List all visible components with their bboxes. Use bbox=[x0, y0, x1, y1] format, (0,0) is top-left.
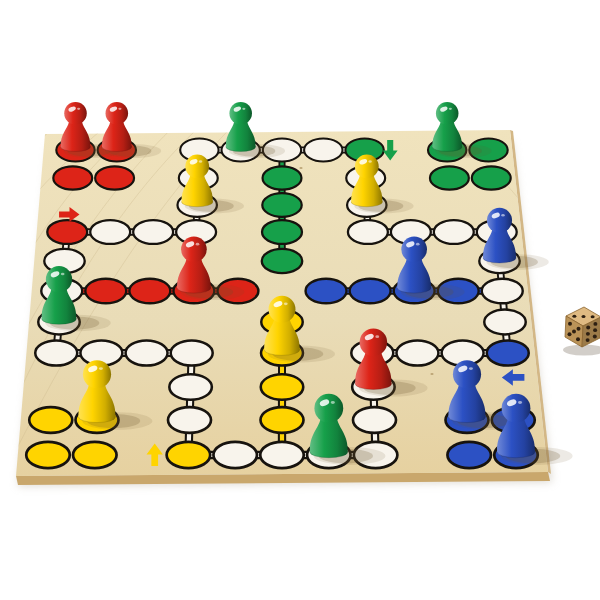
die[interactable] bbox=[563, 307, 600, 356]
field-r3c0-red[interactable] bbox=[47, 220, 87, 244]
pawn-green-1[interactable] bbox=[226, 102, 285, 158]
field-r7c10-blue[interactable] bbox=[487, 340, 529, 365]
field-r10c0-yellow[interactable] bbox=[26, 442, 70, 468]
field-r5c2-red[interactable] bbox=[129, 279, 170, 304]
field-r3c9-white[interactable] bbox=[434, 220, 474, 244]
die-pip bbox=[593, 335, 597, 339]
field-r5c1-red[interactable] bbox=[85, 279, 126, 304]
pawn-red-2[interactable] bbox=[102, 102, 161, 158]
field-r10c4-white[interactable] bbox=[213, 442, 257, 468]
wood-speck bbox=[299, 167, 302, 169]
field-r2c5-green[interactable] bbox=[262, 193, 301, 217]
die-pip bbox=[586, 332, 590, 336]
field-r6c10-white[interactable] bbox=[484, 310, 525, 335]
field-r9c5-yellow[interactable] bbox=[260, 407, 303, 433]
field-r3c5-green[interactable] bbox=[262, 220, 302, 244]
die-pip bbox=[586, 338, 590, 342]
die-pip bbox=[568, 332, 572, 336]
die-pip bbox=[572, 330, 576, 334]
field-r9c3-white[interactable] bbox=[168, 407, 211, 433]
die-pip bbox=[593, 328, 597, 332]
die-pip bbox=[591, 315, 595, 318]
field-r3c2-white[interactable] bbox=[133, 220, 173, 244]
die-group bbox=[563, 307, 600, 356]
field-r7c0-white[interactable] bbox=[35, 340, 77, 365]
field-r5c7-blue[interactable] bbox=[350, 279, 391, 304]
wood-speck bbox=[430, 373, 433, 375]
field-r1c0-red[interactable] bbox=[53, 166, 92, 189]
field-r9c0-yellow[interactable] bbox=[29, 407, 72, 433]
field-r0c6-white[interactable] bbox=[304, 138, 342, 161]
die-pip bbox=[582, 315, 586, 318]
field-r9c7-white[interactable] bbox=[353, 407, 396, 433]
field-r5c10-white[interactable] bbox=[482, 279, 523, 304]
pawn-green-2[interactable] bbox=[432, 102, 491, 158]
field-r1c10-green[interactable] bbox=[472, 166, 511, 189]
field-r1c1-red[interactable] bbox=[95, 166, 134, 189]
field-r3c7-white[interactable] bbox=[348, 220, 388, 244]
field-r1c9-green[interactable] bbox=[430, 166, 469, 189]
die-pip bbox=[568, 322, 572, 326]
ludo-product-photo bbox=[0, 0, 600, 600]
field-r4c5-green[interactable] bbox=[262, 249, 302, 273]
field-r10c3-yellow[interactable] bbox=[167, 442, 211, 468]
field-r7c2-white[interactable] bbox=[126, 340, 168, 365]
die-pip bbox=[593, 322, 597, 326]
field-r10c1-yellow[interactable] bbox=[73, 442, 117, 468]
field-r8c5-yellow[interactable] bbox=[261, 374, 304, 400]
die-pip bbox=[576, 337, 580, 341]
die-pip bbox=[577, 327, 581, 331]
field-r5c6-blue[interactable] bbox=[306, 279, 347, 304]
field-r8c3-white[interactable] bbox=[169, 374, 212, 400]
field-r3c1-white[interactable] bbox=[90, 220, 130, 244]
ludo-board-scene bbox=[0, 0, 600, 600]
field-r1c5-green[interactable] bbox=[263, 166, 302, 189]
field-r10c9-blue[interactable] bbox=[447, 442, 491, 468]
field-r10c5-white[interactable] bbox=[260, 442, 304, 468]
field-r7c8-white[interactable] bbox=[396, 340, 438, 365]
die-pip bbox=[586, 326, 590, 330]
die-pip bbox=[572, 315, 576, 318]
field-r7c3-white[interactable] bbox=[171, 340, 213, 365]
